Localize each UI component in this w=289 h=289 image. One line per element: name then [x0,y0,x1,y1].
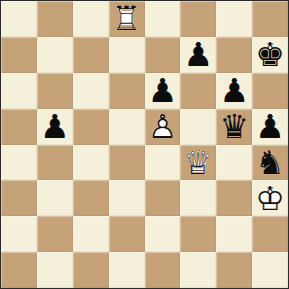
square-g2[interactable] [216,216,252,252]
square-g8[interactable] [216,1,252,37]
piece-glyph-fill: ♚ [252,37,288,73]
square-a5[interactable] [1,109,37,145]
square-h7[interactable]: ♚ [252,37,288,73]
square-g3[interactable] [216,180,252,216]
square-e4[interactable] [145,145,181,181]
black-pawn[interactable]: ♟ [252,109,288,145]
square-g7[interactable] [216,37,252,73]
square-a2[interactable] [1,216,37,252]
square-d5[interactable] [109,109,145,145]
piece-glyph-outline: ♙ [145,109,181,145]
square-c2[interactable] [73,216,109,252]
square-f5[interactable] [180,109,216,145]
piece-glyph-outline: ♔ [252,180,288,216]
square-c8[interactable] [73,1,109,37]
square-d4[interactable] [109,145,145,181]
square-d7[interactable] [109,37,145,73]
square-a4[interactable] [1,145,37,181]
square-h3[interactable]: ♚♔ [252,180,288,216]
square-c6[interactable] [73,73,109,109]
square-e6[interactable]: ♟ [145,73,181,109]
square-b7[interactable] [37,37,73,73]
white-pawn[interactable]: ♟♙ [145,109,181,145]
square-c4[interactable] [73,145,109,181]
square-h4[interactable]: ♞ [252,145,288,181]
square-f3[interactable] [180,180,216,216]
square-f2[interactable] [180,216,216,252]
square-b1[interactable] [37,252,73,288]
square-c3[interactable] [73,180,109,216]
square-f6[interactable] [180,73,216,109]
piece-glyph-fill: ♟ [37,109,73,145]
square-a3[interactable] [1,180,37,216]
piece-glyph-fill: ♟ [145,73,181,109]
piece-glyph-fill: ♟ [216,73,252,109]
square-e2[interactable] [145,216,181,252]
square-c7[interactable] [73,37,109,73]
board-wrapper: ♜♖♟♚♟♟♟♟♙♛♟♛♕♞♚♔ [0,0,289,289]
square-d1[interactable] [109,252,145,288]
square-b6[interactable] [37,73,73,109]
square-a8[interactable] [1,1,37,37]
black-king[interactable]: ♚ [252,37,288,73]
square-d6[interactable] [109,73,145,109]
square-d8[interactable]: ♜♖ [109,1,145,37]
black-knight[interactable]: ♞ [252,145,288,181]
piece-glyph-outline: ♕ [180,145,216,181]
square-b4[interactable] [37,145,73,181]
square-g4[interactable] [216,145,252,181]
square-g6[interactable]: ♟ [216,73,252,109]
square-e3[interactable] [145,180,181,216]
square-d2[interactable] [109,216,145,252]
square-d3[interactable] [109,180,145,216]
square-c1[interactable] [73,252,109,288]
square-h5[interactable]: ♟ [252,109,288,145]
square-b2[interactable] [37,216,73,252]
square-c5[interactable] [73,109,109,145]
piece-glyph-fill: ♟ [180,37,216,73]
square-f7[interactable]: ♟ [180,37,216,73]
square-f4[interactable]: ♛♕ [180,145,216,181]
square-h1[interactable] [252,252,288,288]
square-e1[interactable] [145,252,181,288]
square-e7[interactable] [145,37,181,73]
white-king[interactable]: ♚♔ [252,180,288,216]
square-g5[interactable]: ♛ [216,109,252,145]
piece-glyph-outline: ♖ [109,1,145,37]
black-pawn[interactable]: ♟ [180,37,216,73]
square-h8[interactable] [252,1,288,37]
piece-glyph-fill: ♞ [252,145,288,181]
square-e8[interactable] [145,1,181,37]
black-pawn[interactable]: ♟ [37,109,73,145]
square-a7[interactable] [1,37,37,73]
square-g1[interactable] [216,252,252,288]
black-queen[interactable]: ♛ [216,109,252,145]
black-pawn[interactable]: ♟ [145,73,181,109]
square-b3[interactable] [37,180,73,216]
square-a1[interactable] [1,252,37,288]
square-b8[interactable] [37,1,73,37]
square-e5[interactable]: ♟♙ [145,109,181,145]
square-h2[interactable] [252,216,288,252]
white-queen[interactable]: ♛♕ [180,145,216,181]
square-f8[interactable] [180,1,216,37]
square-h6[interactable] [252,73,288,109]
chess-board: ♜♖♟♚♟♟♟♟♙♛♟♛♕♞♚♔ [0,0,289,289]
square-b5[interactable]: ♟ [37,109,73,145]
white-rook[interactable]: ♜♖ [109,1,145,37]
square-f1[interactable] [180,252,216,288]
square-a6[interactable] [1,73,37,109]
piece-glyph-fill: ♟ [252,109,288,145]
piece-glyph-fill: ♛ [216,109,252,145]
black-pawn[interactable]: ♟ [216,73,252,109]
